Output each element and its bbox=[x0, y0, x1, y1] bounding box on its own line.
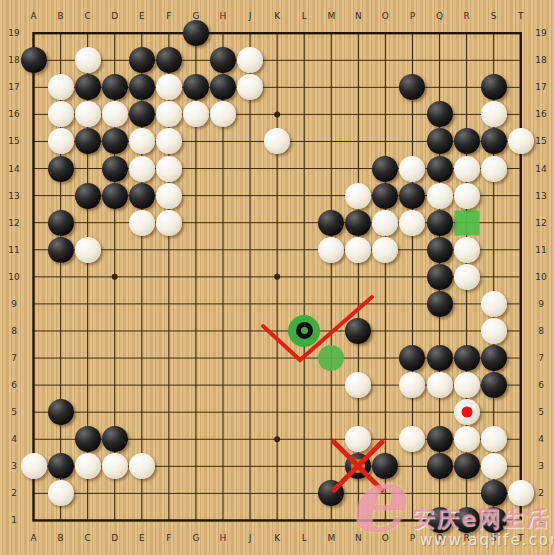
white-stone-O12[interactable] bbox=[372, 210, 398, 236]
white-stone-E3[interactable] bbox=[129, 453, 155, 479]
black-stone-B3[interactable] bbox=[48, 453, 74, 479]
white-stone-P6[interactable] bbox=[399, 372, 425, 398]
row-label-right: 10 bbox=[535, 272, 546, 282]
col-label-top: N bbox=[355, 11, 362, 21]
white-stone-P12[interactable] bbox=[399, 210, 425, 236]
row-label-right: 4 bbox=[538, 434, 544, 444]
white-stone-D3[interactable] bbox=[102, 453, 128, 479]
white-stone-T2[interactable] bbox=[508, 480, 534, 506]
row-label-right: 7 bbox=[538, 353, 544, 363]
black-stone-P7[interactable] bbox=[399, 345, 425, 371]
black-stone-E17[interactable] bbox=[129, 74, 155, 100]
black-stone-S1[interactable] bbox=[481, 507, 507, 533]
black-stone-H18[interactable] bbox=[210, 47, 236, 73]
black-stone-Q10[interactable] bbox=[427, 264, 453, 290]
row-label-left: 15 bbox=[8, 136, 19, 146]
col-label-bottom: Q bbox=[436, 533, 443, 543]
white-stone-S16[interactable] bbox=[481, 101, 507, 127]
white-stone-F13[interactable] bbox=[156, 183, 182, 209]
row-label-left: 18 bbox=[8, 55, 19, 65]
row-label-left: 6 bbox=[11, 380, 17, 390]
col-label-bottom: F bbox=[166, 533, 171, 543]
row-label-right: 2 bbox=[538, 488, 544, 498]
row-label-right: 15 bbox=[535, 136, 546, 146]
black-ring-icon bbox=[296, 322, 313, 339]
row-label-right: 8 bbox=[538, 326, 544, 336]
row-label-left: 3 bbox=[11, 461, 17, 471]
black-stone-S7[interactable] bbox=[481, 345, 507, 371]
row-label-left: 11 bbox=[8, 245, 19, 255]
row-label-left: 10 bbox=[8, 272, 19, 282]
black-stone-M2[interactable] bbox=[318, 480, 344, 506]
white-stone-R10[interactable] bbox=[454, 264, 480, 290]
black-stone-Q14[interactable] bbox=[427, 156, 453, 182]
green-square-marker bbox=[454, 210, 479, 235]
col-label-bottom: T bbox=[518, 533, 524, 543]
star-point bbox=[112, 274, 118, 280]
col-label-bottom: O bbox=[382, 533, 389, 543]
col-label-top: A bbox=[30, 11, 36, 21]
black-stone-R15[interactable] bbox=[454, 128, 480, 154]
row-label-right: 9 bbox=[538, 299, 544, 309]
row-label-left: 9 bbox=[11, 299, 17, 309]
row-label-right: 3 bbox=[538, 461, 544, 471]
row-label-left: 16 bbox=[8, 109, 19, 119]
row-label-right: 14 bbox=[535, 164, 546, 174]
black-stone-R7[interactable] bbox=[454, 345, 480, 371]
black-stone-Q3[interactable] bbox=[427, 453, 453, 479]
row-label-left: 12 bbox=[8, 218, 19, 228]
white-stone-S14[interactable] bbox=[481, 156, 507, 182]
row-label-left: 17 bbox=[8, 82, 19, 92]
col-label-top: J bbox=[249, 11, 252, 21]
col-label-bottom: N bbox=[355, 533, 362, 543]
black-stone-F18[interactable] bbox=[156, 47, 182, 73]
black-stone-E16[interactable] bbox=[129, 101, 155, 127]
black-stone-Q9[interactable] bbox=[427, 291, 453, 317]
white-stone-A3[interactable] bbox=[21, 453, 47, 479]
white-stone-J18[interactable] bbox=[237, 47, 263, 73]
col-label-top: F bbox=[166, 11, 171, 21]
black-stone-O13[interactable] bbox=[372, 183, 398, 209]
col-label-top: G bbox=[192, 11, 199, 21]
black-stone-S17[interactable] bbox=[481, 74, 507, 100]
white-stone-C18[interactable] bbox=[75, 47, 101, 73]
black-stone-Q12[interactable] bbox=[427, 210, 453, 236]
white-stone-E15[interactable] bbox=[129, 128, 155, 154]
black-stone-P17[interactable] bbox=[399, 74, 425, 100]
col-label-bottom: S bbox=[491, 533, 497, 543]
row-label-right: 5 bbox=[538, 407, 544, 417]
black-stone-N3[interactable] bbox=[345, 453, 371, 479]
black-stone-C15[interactable] bbox=[75, 128, 101, 154]
star-point bbox=[274, 436, 280, 442]
white-stone-E12[interactable] bbox=[129, 210, 155, 236]
col-label-bottom: B bbox=[57, 533, 63, 543]
row-label-right: 11 bbox=[535, 245, 546, 255]
white-stone-F16[interactable] bbox=[156, 101, 182, 127]
white-stone-F12[interactable] bbox=[156, 210, 182, 236]
black-stone-S6[interactable] bbox=[481, 372, 507, 398]
col-label-top: Q bbox=[436, 11, 443, 21]
white-stone-Q13[interactable] bbox=[427, 183, 453, 209]
col-label-bottom: D bbox=[111, 533, 118, 543]
white-stone-B15[interactable] bbox=[48, 128, 74, 154]
white-stone-O11[interactable] bbox=[372, 237, 398, 263]
black-stone-E18[interactable] bbox=[129, 47, 155, 73]
black-stone-M12[interactable] bbox=[318, 210, 344, 236]
col-label-top: L bbox=[302, 11, 307, 21]
black-stone-A18[interactable] bbox=[21, 47, 47, 73]
col-label-bottom: A bbox=[30, 533, 36, 543]
black-stone-D15[interactable] bbox=[102, 128, 128, 154]
white-stone-G16[interactable] bbox=[183, 101, 209, 127]
white-stone-S9[interactable] bbox=[481, 291, 507, 317]
go-board: AABBCCDDEEFFGGHHJJKKLLMMNNOOPPQQRRSSTT19… bbox=[0, 0, 554, 555]
white-stone-K15[interactable] bbox=[264, 128, 290, 154]
col-label-top: H bbox=[220, 11, 227, 21]
white-stone-P14[interactable] bbox=[399, 156, 425, 182]
col-label-top: M bbox=[327, 11, 335, 21]
black-stone-D4[interactable] bbox=[102, 426, 128, 452]
col-label-top: B bbox=[57, 11, 63, 21]
row-label-right: 18 bbox=[535, 55, 546, 65]
col-label-bottom: C bbox=[84, 533, 90, 543]
white-stone-B16[interactable] bbox=[48, 101, 74, 127]
black-stone-B11[interactable] bbox=[48, 237, 74, 263]
green-circle-black-ring-marker bbox=[288, 315, 320, 347]
black-stone-Q4[interactable] bbox=[427, 426, 453, 452]
row-label-left: 14 bbox=[8, 164, 19, 174]
white-stone-S8[interactable] bbox=[481, 318, 507, 344]
white-stone-R11[interactable] bbox=[454, 237, 480, 263]
white-stone-E14[interactable] bbox=[129, 156, 155, 182]
row-label-right: 16 bbox=[535, 109, 546, 119]
black-stone-G17[interactable] bbox=[183, 74, 209, 100]
white-stone-N11[interactable] bbox=[345, 237, 371, 263]
black-stone-Q11[interactable] bbox=[427, 237, 453, 263]
white-stone-F17[interactable] bbox=[156, 74, 182, 100]
black-stone-N12[interactable] bbox=[345, 210, 371, 236]
row-label-right: 13 bbox=[535, 191, 546, 201]
row-label-left: 8 bbox=[11, 326, 17, 336]
col-label-bottom: E bbox=[139, 533, 145, 543]
black-stone-D17[interactable] bbox=[102, 74, 128, 100]
star-point bbox=[274, 274, 280, 280]
black-stone-B5[interactable] bbox=[48, 399, 74, 425]
white-stone-P4[interactable] bbox=[399, 426, 425, 452]
black-stone-D14[interactable] bbox=[102, 156, 128, 182]
white-stone-C11[interactable] bbox=[75, 237, 101, 263]
black-stone-Q15[interactable] bbox=[427, 128, 453, 154]
row-label-right: 17 bbox=[535, 82, 546, 92]
black-stone-C13[interactable] bbox=[75, 183, 101, 209]
black-stone-H17[interactable] bbox=[210, 74, 236, 100]
col-label-bottom: M bbox=[327, 533, 335, 543]
black-stone-C4[interactable] bbox=[75, 426, 101, 452]
col-label-bottom: P bbox=[410, 533, 415, 543]
black-stone-G19[interactable] bbox=[183, 20, 209, 46]
black-stone-R1[interactable] bbox=[454, 507, 480, 533]
col-label-top: O bbox=[382, 11, 389, 21]
col-label-top: E bbox=[139, 11, 145, 21]
col-label-bottom: J bbox=[249, 533, 252, 543]
white-stone-R5[interactable] bbox=[454, 399, 480, 425]
black-stone-S2[interactable] bbox=[481, 480, 507, 506]
black-stone-S15[interactable] bbox=[481, 128, 507, 154]
white-stone-R4[interactable] bbox=[454, 426, 480, 452]
white-stone-B17[interactable] bbox=[48, 74, 74, 100]
white-stone-H16[interactable] bbox=[210, 101, 236, 127]
row-label-left: 7 bbox=[11, 353, 17, 363]
row-label-left: 2 bbox=[11, 488, 17, 498]
black-stone-O3[interactable] bbox=[372, 453, 398, 479]
white-stone-N6[interactable] bbox=[345, 372, 371, 398]
white-stone-S3[interactable] bbox=[481, 453, 507, 479]
white-stone-R6[interactable] bbox=[454, 372, 480, 398]
row-label-right: 1 bbox=[538, 515, 544, 525]
col-label-top: T bbox=[518, 11, 524, 21]
black-stone-O14[interactable] bbox=[372, 156, 398, 182]
col-label-bottom: G bbox=[192, 533, 199, 543]
black-stone-B14[interactable] bbox=[48, 156, 74, 182]
row-label-right: 6 bbox=[538, 380, 544, 390]
white-stone-F15[interactable] bbox=[156, 128, 182, 154]
white-stone-B2[interactable] bbox=[48, 480, 74, 506]
black-stone-B12[interactable] bbox=[48, 210, 74, 236]
white-stone-N13[interactable] bbox=[345, 183, 371, 209]
white-stone-R13[interactable] bbox=[454, 183, 480, 209]
col-label-bottom: L bbox=[302, 533, 307, 543]
black-stone-E13[interactable] bbox=[129, 183, 155, 209]
row-label-left: 1 bbox=[11, 515, 17, 525]
row-label-right: 12 bbox=[535, 218, 546, 228]
col-label-top: S bbox=[491, 11, 497, 21]
row-label-right: 19 bbox=[535, 28, 546, 38]
row-label-left: 13 bbox=[8, 191, 19, 201]
white-stone-Q6[interactable] bbox=[427, 372, 453, 398]
col-label-top: D bbox=[111, 11, 118, 21]
col-label-bottom: R bbox=[463, 533, 469, 543]
black-stone-P13[interactable] bbox=[399, 183, 425, 209]
black-stone-C17[interactable] bbox=[75, 74, 101, 100]
col-label-top: R bbox=[463, 11, 469, 21]
row-label-left: 19 bbox=[8, 28, 19, 38]
col-label-top: K bbox=[274, 11, 280, 21]
white-stone-T15[interactable] bbox=[508, 128, 534, 154]
row-label-left: 5 bbox=[11, 407, 17, 417]
black-stone-D13[interactable] bbox=[102, 183, 128, 209]
white-stone-N4[interactable] bbox=[345, 426, 371, 452]
black-stone-Q7[interactable] bbox=[427, 345, 453, 371]
white-stone-M11[interactable] bbox=[318, 237, 344, 263]
white-stone-D16[interactable] bbox=[102, 101, 128, 127]
row-label-left: 4 bbox=[11, 434, 17, 444]
green-disc-marker bbox=[318, 345, 344, 371]
white-stone-C3[interactable] bbox=[75, 453, 101, 479]
black-stone-R3[interactable] bbox=[454, 453, 480, 479]
white-stone-J17[interactable] bbox=[237, 74, 263, 100]
col-label-top: C bbox=[84, 11, 90, 21]
white-stone-S4[interactable] bbox=[481, 426, 507, 452]
black-stone-N8[interactable] bbox=[345, 318, 371, 344]
black-stone-Q1[interactable] bbox=[427, 507, 453, 533]
white-stone-C16[interactable] bbox=[75, 101, 101, 127]
white-stone-R14[interactable] bbox=[454, 156, 480, 182]
star-point bbox=[274, 111, 280, 117]
black-stone-Q16[interactable] bbox=[427, 101, 453, 127]
white-stone-F14[interactable] bbox=[156, 156, 182, 182]
col-label-bottom: K bbox=[274, 533, 280, 543]
col-label-bottom: H bbox=[220, 533, 227, 543]
col-label-top: P bbox=[410, 11, 415, 21]
